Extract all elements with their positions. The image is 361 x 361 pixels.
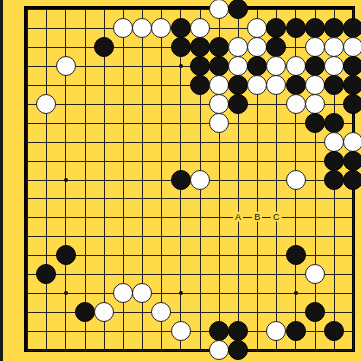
white-stone[interactable] bbox=[36, 94, 56, 114]
black-stone[interactable] bbox=[286, 321, 306, 341]
white-stone[interactable] bbox=[132, 18, 152, 38]
black-stone[interactable] bbox=[324, 170, 344, 190]
white-stone[interactable] bbox=[151, 18, 171, 38]
white-stone[interactable] bbox=[305, 94, 325, 114]
white-stone[interactable] bbox=[209, 0, 229, 19]
black-stone[interactable] bbox=[324, 75, 344, 95]
white-stone[interactable] bbox=[266, 75, 286, 95]
black-stone[interactable] bbox=[324, 18, 344, 38]
star-point bbox=[64, 178, 68, 182]
white-stone[interactable] bbox=[228, 37, 248, 57]
black-stone[interactable] bbox=[343, 75, 361, 95]
black-stone[interactable] bbox=[171, 37, 191, 57]
black-stone[interactable] bbox=[190, 75, 210, 95]
white-stone[interactable] bbox=[266, 56, 286, 76]
white-stone[interactable] bbox=[56, 56, 76, 76]
black-stone[interactable] bbox=[343, 56, 361, 76]
white-stone[interactable] bbox=[247, 37, 267, 57]
star-point bbox=[294, 291, 298, 295]
white-stone[interactable] bbox=[190, 18, 210, 38]
black-stone[interactable] bbox=[343, 151, 361, 171]
black-stone[interactable] bbox=[228, 75, 248, 95]
white-stone[interactable] bbox=[113, 18, 133, 38]
black-stone[interactable] bbox=[266, 18, 286, 38]
black-stone[interactable] bbox=[190, 56, 210, 76]
black-stone[interactable] bbox=[171, 170, 191, 190]
variation-label-b[interactable]: B bbox=[252, 212, 262, 222]
black-stone[interactable] bbox=[286, 18, 306, 38]
black-stone[interactable] bbox=[56, 245, 76, 265]
star-point bbox=[179, 291, 183, 295]
stones-overlay: ABC bbox=[0, 0, 361, 361]
black-stone[interactable] bbox=[343, 18, 361, 38]
black-stone[interactable] bbox=[247, 56, 267, 76]
white-stone[interactable] bbox=[305, 75, 325, 95]
black-stone[interactable] bbox=[286, 75, 306, 95]
white-stone[interactable] bbox=[266, 321, 286, 341]
black-stone[interactable] bbox=[266, 37, 286, 57]
white-stone[interactable] bbox=[286, 170, 306, 190]
black-stone[interactable] bbox=[305, 56, 325, 76]
black-stone[interactable] bbox=[343, 170, 361, 190]
star-point bbox=[64, 291, 68, 295]
black-stone[interactable] bbox=[75, 302, 95, 322]
black-stone[interactable] bbox=[343, 94, 361, 114]
black-stone[interactable] bbox=[305, 113, 325, 133]
black-stone[interactable] bbox=[209, 37, 229, 57]
black-stone[interactable] bbox=[209, 56, 229, 76]
white-stone[interactable] bbox=[209, 340, 229, 360]
black-stone[interactable] bbox=[228, 321, 248, 341]
white-stone[interactable] bbox=[151, 302, 171, 322]
white-stone[interactable] bbox=[324, 132, 344, 152]
white-stone[interactable] bbox=[343, 132, 361, 152]
variation-label-a[interactable]: A bbox=[233, 212, 243, 222]
white-stone[interactable] bbox=[190, 170, 210, 190]
black-stone[interactable] bbox=[286, 245, 306, 265]
white-stone[interactable] bbox=[247, 75, 267, 95]
variation-label-c[interactable]: C bbox=[271, 212, 282, 222]
white-stone[interactable] bbox=[286, 56, 306, 76]
white-stone[interactable] bbox=[286, 94, 306, 114]
black-stone[interactable] bbox=[324, 321, 344, 341]
white-stone[interactable] bbox=[324, 37, 344, 57]
white-stone[interactable] bbox=[209, 113, 229, 133]
white-stone[interactable] bbox=[209, 75, 229, 95]
white-stone[interactable] bbox=[94, 302, 114, 322]
black-stone[interactable] bbox=[305, 302, 325, 322]
white-stone[interactable] bbox=[132, 283, 152, 303]
go-board-screenshot: ABC bbox=[0, 0, 361, 361]
black-stone[interactable] bbox=[228, 0, 248, 19]
white-stone[interactable] bbox=[324, 56, 344, 76]
black-stone[interactable] bbox=[324, 151, 344, 171]
black-stone[interactable] bbox=[171, 18, 191, 38]
white-stone[interactable] bbox=[113, 283, 133, 303]
star-point bbox=[179, 64, 183, 68]
black-stone[interactable] bbox=[190, 37, 210, 57]
black-stone[interactable] bbox=[305, 18, 325, 38]
black-stone[interactable] bbox=[228, 94, 248, 114]
white-stone[interactable] bbox=[247, 18, 267, 38]
black-stone[interactable] bbox=[209, 321, 229, 341]
white-stone[interactable] bbox=[343, 37, 361, 57]
white-stone[interactable] bbox=[305, 264, 325, 284]
white-stone[interactable] bbox=[305, 37, 325, 57]
black-stone[interactable] bbox=[36, 264, 56, 284]
black-stone[interactable] bbox=[324, 113, 344, 133]
black-stone[interactable] bbox=[94, 37, 114, 57]
white-stone[interactable] bbox=[209, 94, 229, 114]
white-stone[interactable] bbox=[171, 321, 191, 341]
white-stone[interactable] bbox=[228, 56, 248, 76]
black-stone[interactable] bbox=[228, 340, 248, 360]
